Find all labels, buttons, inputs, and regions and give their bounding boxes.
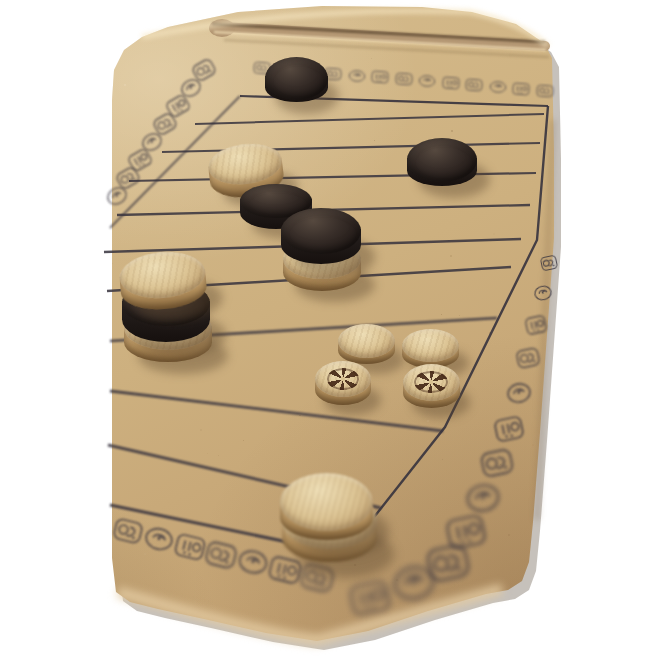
piece-face (280, 473, 373, 531)
piece-light[interactable] (118, 248, 209, 314)
piece-light[interactable] (280, 473, 373, 543)
board-photo (0, 0, 660, 660)
piece-face (402, 329, 459, 362)
piece-face (407, 138, 477, 182)
rosette-engraving (327, 368, 359, 390)
pieces-layer (0, 0, 660, 660)
rosette-engraving (414, 371, 447, 393)
piece-face (281, 208, 361, 254)
photo-canvas: { "scene": { "type": "product-style phot… (0, 0, 660, 660)
piece-face (265, 57, 328, 100)
piece-light-rosette[interactable] (403, 364, 460, 410)
piece-black[interactable] (407, 138, 477, 188)
piece-black[interactable] (265, 57, 328, 105)
piece-face (403, 364, 460, 401)
piece-light[interactable] (338, 324, 395, 366)
piece-face (315, 361, 371, 397)
piece-light-rosette[interactable] (315, 361, 371, 407)
piece-face (338, 324, 395, 358)
piece-black[interactable] (281, 208, 361, 266)
